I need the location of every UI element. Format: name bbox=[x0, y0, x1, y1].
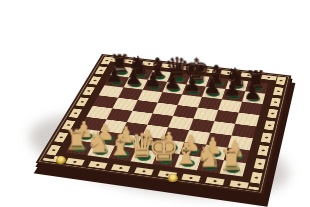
square-h6[interactable] bbox=[239, 102, 263, 115]
square-f5[interactable] bbox=[194, 108, 219, 122]
square-e5[interactable] bbox=[173, 105, 198, 119]
square-h5[interactable] bbox=[235, 113, 259, 127]
white-rook[interactable]: ♜ bbox=[213, 146, 249, 175]
black-pawn[interactable]: ♟ bbox=[236, 82, 268, 103]
square-d5[interactable] bbox=[153, 103, 178, 116]
square-b5[interactable] bbox=[112, 98, 137, 111]
chess-board: ♜♞♝♛♚♝♞♜♟♟♟♟♟♟♟♟♟♟♟♟♟♟♟♟♜♞♝♛♚♝♞♜ bbox=[36, 54, 292, 194]
chess-set-photo: ♜♞♝♛♚♝♞♜♟♟♟♟♟♟♟♟♟♟♟♟♟♟♟♟♜♞♝♛♚♝♞♜ bbox=[0, 0, 310, 207]
square-h1[interactable]: ♜ bbox=[220, 160, 246, 176]
playing-grid: ♜♞♝♛♚♝♞♜♟♟♟♟♟♟♟♟♟♟♟♟♟♟♟♟♜♞♝♛♚♝♞♜ bbox=[66, 66, 268, 177]
square-h7[interactable]: ♟ bbox=[242, 91, 265, 104]
